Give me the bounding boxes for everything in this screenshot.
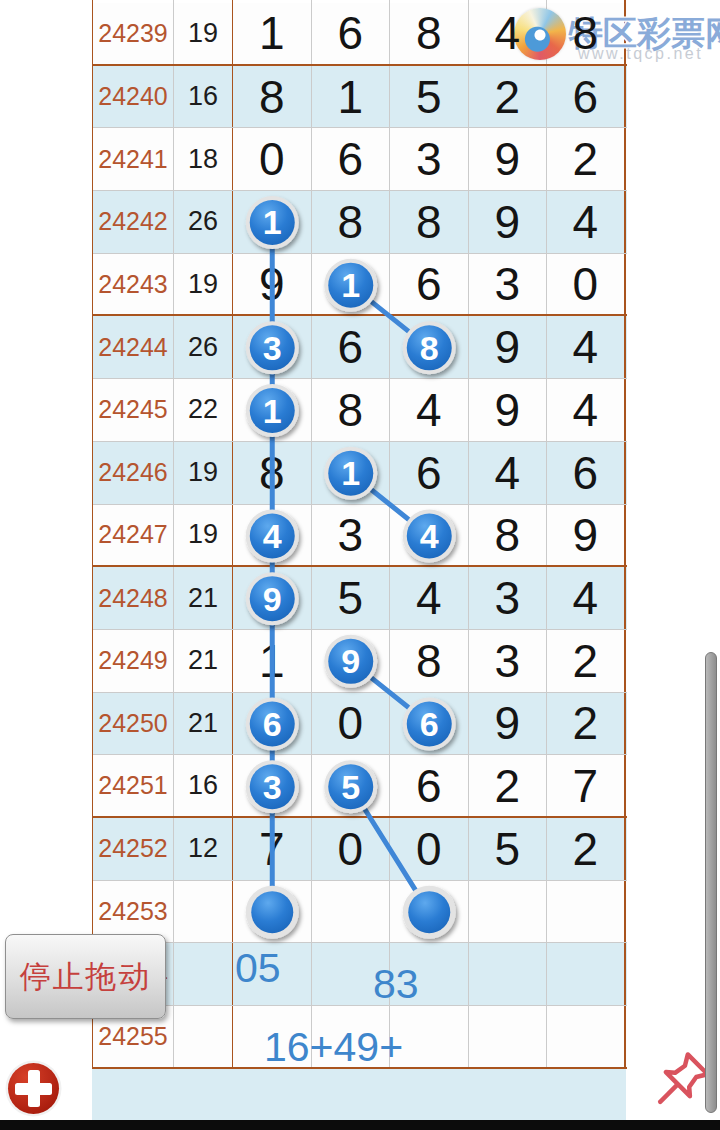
sum-cell: 16 [174,66,233,128]
table-row-24240: 242401681526 [93,66,627,129]
digit-cell-text: 0 [337,822,363,876]
digit-cell-text: 8 [337,195,363,249]
digit-cell: 9 [469,191,548,253]
digit-cell: 4 [547,379,626,441]
digit-cell: 6 [390,442,469,504]
digit-cell: 4 [547,191,626,253]
digit-cell: 2 [547,128,626,190]
plus-icon [28,1070,40,1107]
digit-cell-text: 8 [494,508,520,562]
digit-cell-text: 1 [337,70,363,124]
digit-cell [469,1006,548,1067]
table-footer [92,1069,626,1120]
sum-cell: 18 [174,128,233,190]
digit-cell-text: 8 [572,6,598,60]
sum-cell: 19 [174,505,233,566]
period-cell-text: 24244 [98,333,168,362]
digit-cell: 9 [547,505,626,566]
period-cell-text: 24243 [98,270,168,299]
digit-cell: 5 [469,818,548,880]
digit-cell-text: 6 [416,446,442,500]
digit-cell-text: 5 [337,571,363,625]
period-cell-text: 24246 [98,458,168,487]
digit-cell [312,881,391,943]
digit-cell-text: 6 [572,446,598,500]
digit-cell: 0 [312,693,391,755]
period-cell: 24250 [93,693,174,755]
digit-cell-text: 5 [494,822,520,876]
period-cell-text: 24250 [98,709,168,738]
table-row-24252: 242521270052 [93,818,627,881]
digit-cell-text: 4 [416,571,442,625]
sum-cell-text: 12 [188,833,218,864]
digit-cell: 4 [390,379,469,441]
digit-cell [233,755,312,816]
digit-cell: 8 [390,191,469,253]
digit-cell: 3 [469,630,548,692]
digit-cell-text: 2 [572,696,598,750]
table-row-24248: 24248215434 [93,567,627,630]
sum-cell-text: 21 [188,583,218,614]
digit-cell-text: 4 [494,446,520,500]
period-cell: 24245 [93,379,174,441]
bottom-bar [0,1120,720,1130]
digit-cell: 6 [312,316,391,378]
digit-cell-text: 8 [416,195,442,249]
digit-cell: 1 [233,3,312,64]
digit-cell-text: 9 [572,508,598,562]
period-cell: 24241 [93,128,174,190]
digit-cell: 4 [547,567,626,629]
digit-cell [233,191,312,253]
sum-cell: 19 [174,442,233,504]
digit-cell: 9 [469,128,548,190]
digit-cell [233,693,312,755]
digit-cell-text: 8 [259,446,285,500]
digit-cell: 2 [547,630,626,692]
period-cell: 24251 [93,755,174,816]
digit-cell-text: 9 [494,320,520,374]
digit-cell-text: 4 [494,6,520,60]
digit-cell: 9 [469,316,548,378]
digit-cell-text: 6 [416,759,442,813]
digit-cell: 4 [469,442,548,504]
digit-cell [312,254,391,315]
table-row-24250: 2425021092 [93,693,627,756]
sum-cell-text: 19 [188,519,218,550]
digit-cell: 3 [390,128,469,190]
digit-cell: 6 [547,442,626,504]
digit-cell-text: 9 [494,132,520,186]
digit-cell: 9 [469,693,548,755]
table-row-24243: 24243199630 [93,254,627,317]
digit-cell-text: 0 [259,132,285,186]
table-row-24244: 2424426694 [93,316,627,379]
sum-cell-text: 16 [188,81,218,112]
digit-cell: 6 [390,254,469,315]
digit-cell: 2 [469,66,548,128]
digit-cell-text: 4 [416,383,442,437]
formula-label: 16+49+ [264,1024,403,1071]
digit-cell: 8 [469,505,548,566]
table-row-24251: 2425116627 [93,755,627,818]
digit-cell: 3 [469,254,548,315]
digit-cell-text: 3 [494,257,520,311]
sum-cell [174,1006,233,1067]
sum-cell: 16 [174,755,233,816]
sum-cell [174,881,233,943]
digit-cell [312,442,391,504]
period-cell-text: 24248 [98,584,168,613]
digit-cell-text: 0 [416,822,442,876]
digit-cell: 5 [312,567,391,629]
sum-cell: 19 [174,3,233,64]
digit-cell-text: 6 [416,257,442,311]
digit-cell-text: 4 [572,383,598,437]
digit-cell-text: 3 [337,508,363,562]
drag-value-label-83: 83 [373,961,419,1008]
digit-cell [390,881,469,943]
digit-cell: 5 [390,66,469,128]
digit-cell [390,693,469,755]
digit-cell [233,567,312,629]
sum-cell: 12 [174,818,233,880]
add-button[interactable] [8,1063,59,1114]
digit-cell: 8 [390,3,469,64]
sum-cell-text: 26 [188,332,218,363]
digit-cell: 0 [312,818,391,880]
digit-cell: 6 [312,128,391,190]
pushpin-icon [648,1052,710,1114]
period-cell: 24242 [93,191,174,253]
digit-cell [390,316,469,378]
digit-cell-text: 2 [572,822,598,876]
digit-cell [547,881,626,943]
digit-cell [390,505,469,566]
period-cell-text: 24255 [98,1022,168,1051]
digit-cell-text: 7 [572,759,598,813]
digit-cell: 6 [390,755,469,816]
digit-cell [312,755,391,816]
digit-cell: 7 [233,818,312,880]
sum-cell-text: 19 [188,269,218,300]
site-logo-icon [514,8,566,60]
sum-cell: 21 [174,567,233,629]
period-cell: 24249 [93,630,174,692]
digit-cell-text: 6 [572,70,598,124]
digit-cell: 0 [547,254,626,315]
digit-cell-text: 9 [494,195,520,249]
period-cell-text: 24242 [98,207,168,236]
digit-cell-text: 2 [494,70,520,124]
digit-cell-text: 0 [337,696,363,750]
sum-cell: 22 [174,379,233,441]
period-cell: 24240 [93,66,174,128]
sum-cell-text: 21 [188,708,218,739]
sum-cell [174,943,233,1005]
sum-cell: 19 [174,254,233,315]
digit-cell-text: 6 [337,6,363,60]
period-cell-text: 24253 [98,897,168,926]
sum-cell: 26 [174,191,233,253]
digit-cell: 8 [312,379,391,441]
digit-cell-text: 8 [416,634,442,688]
digit-cell [233,505,312,566]
digit-cell-text: 9 [494,696,520,750]
digit-cell [312,630,391,692]
digit-cell-text: 5 [416,70,442,124]
period-cell-text: 24251 [98,771,168,800]
period-cell: 24243 [93,254,174,315]
digit-cell-text: 8 [337,383,363,437]
digit-cell [547,943,626,1005]
lottery-trend-screen: 2423919168482424016815262424118063922424… [0,0,720,1130]
digit-cell-text: 3 [494,571,520,625]
digit-cell: 7 [547,755,626,816]
digit-cell-text: 3 [494,634,520,688]
digit-cell: 2 [547,818,626,880]
digit-cell-text: 6 [337,320,363,374]
digit-cell-text: 2 [572,634,598,688]
digit-cell-text: 2 [572,132,598,186]
digit-cell: 3 [469,567,548,629]
sum-cell-text: 21 [188,645,218,676]
digit-cell-text: 7 [259,822,285,876]
period-cell: 24239 [93,3,174,64]
stop-drag-button[interactable]: 停止拖动 [5,934,166,1019]
digit-cell-text: 4 [572,571,598,625]
sum-cell: 21 [174,630,233,692]
digit-cell: 8 [233,66,312,128]
digit-cell [469,943,548,1005]
table-row-24254: 24254 [93,943,627,1006]
digit-cell-text: 8 [259,70,285,124]
table-row-24246: 24246198646 [93,442,627,505]
digit-cell: 2 [469,755,548,816]
digit-cell: 6 [312,3,391,64]
digit-cell-text: 9 [259,257,285,311]
trend-table: 2423919168482424016815262424118063922424… [92,0,627,1069]
digit-cell: 9 [469,379,548,441]
digit-cell: 8 [233,442,312,504]
sum-cell-text: 16 [188,770,218,801]
digit-cell [469,881,548,943]
scrollbar-thumb[interactable] [705,652,717,1113]
digit-cell-text: 6 [337,132,363,186]
period-cell: 24244 [93,316,174,378]
period-cell: 24247 [93,505,174,566]
digit-cell: 0 [233,128,312,190]
sum-cell: 21 [174,693,233,755]
period-cell-text: 24240 [98,82,168,111]
period-cell: 24246 [93,442,174,504]
digit-cell-text: 4 [572,195,598,249]
digit-cell-text: 4 [572,320,598,374]
period-cell-text: 24239 [98,19,168,48]
digit-cell: 4 [390,567,469,629]
digit-cell [233,316,312,378]
digit-cell: 1 [233,630,312,692]
table-row-24247: 2424719389 [93,505,627,568]
table-row-24253: 24253 [93,881,627,944]
table-row-24245: 24245228494 [93,379,627,442]
sum-cell-text: 18 [188,144,218,175]
period-cell-text: 24241 [98,145,168,174]
digit-cell: 0 [390,818,469,880]
digit-cell: 2 [547,693,626,755]
digit-cell-text: 2 [494,759,520,813]
table-row-24249: 24249211832 [93,630,627,693]
sum-cell-text: 19 [188,457,218,488]
digit-cell: 8 [312,191,391,253]
digit-cell [233,881,312,943]
digit-cell-text: 0 [572,257,598,311]
digit-cell: 1 [312,66,391,128]
period-cell: 24248 [93,567,174,629]
digit-cell-text: 1 [259,6,285,60]
period-cell-text: 24247 [98,520,168,549]
sum-cell-text: 19 [188,18,218,49]
period-cell: 24252 [93,818,174,880]
digit-cell-text: 3 [416,132,442,186]
table-row-24241: 242411806392 [93,128,627,191]
digit-cell-text: 9 [494,383,520,437]
digit-cell [233,379,312,441]
digit-cell: 9 [233,254,312,315]
digit-cell: 6 [547,66,626,128]
period-cell-text: 24252 [98,834,168,863]
period-cell-text: 24245 [98,395,168,424]
digit-cell: 8 [390,630,469,692]
digit-cell: 4 [547,316,626,378]
period-cell-text: 24249 [98,646,168,675]
digit-cell-text: 1 [259,634,285,688]
sum-cell-text: 26 [188,206,218,237]
table-row-24242: 24242268894 [93,191,627,254]
sum-cell: 26 [174,316,233,378]
digit-cell: 3 [312,505,391,566]
digit-cell [547,1006,626,1067]
sum-cell-text: 22 [188,394,218,425]
digit-cell-text: 8 [416,6,442,60]
drag-value-label-05: 05 [235,945,281,992]
